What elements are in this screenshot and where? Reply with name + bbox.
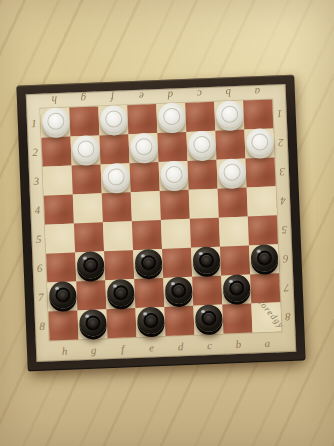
- square-e6[interactable]: [133, 249, 163, 279]
- rank-label-right-4: 4: [276, 186, 291, 216]
- white-checker-b3[interactable]: [217, 158, 245, 186]
- rank-label-left-4: 4: [30, 196, 45, 226]
- board-grid: loredgy: [40, 99, 281, 340]
- square-f2[interactable]: [99, 134, 129, 164]
- square-g8[interactable]: [77, 309, 107, 339]
- square-c4[interactable]: [189, 189, 219, 219]
- square-h2[interactable]: [41, 137, 71, 167]
- file-label-bottom-h: h: [50, 341, 80, 361]
- square-c3[interactable]: [188, 160, 218, 190]
- square-g1[interactable]: [69, 106, 99, 136]
- square-g3[interactable]: [72, 164, 102, 194]
- square-f5[interactable]: [103, 221, 133, 251]
- square-b8[interactable]: [222, 303, 252, 333]
- square-g5[interactable]: [74, 222, 104, 252]
- file-label-bottom-e: e: [137, 338, 167, 358]
- black-checker-b7[interactable]: [222, 274, 250, 302]
- file-label-top-e: e: [127, 89, 157, 105]
- square-c8[interactable]: [193, 305, 223, 335]
- square-e3[interactable]: [130, 162, 160, 192]
- square-b4[interactable]: [218, 188, 248, 218]
- square-f1[interactable]: [98, 105, 128, 135]
- square-d8[interactable]: [164, 306, 194, 336]
- file-label-bottom-c: c: [195, 336, 225, 356]
- square-d6[interactable]: [162, 248, 192, 278]
- square-b1[interactable]: [214, 101, 244, 131]
- square-g4[interactable]: [73, 193, 103, 223]
- square-g2[interactable]: [70, 135, 100, 165]
- square-e4[interactable]: [131, 191, 161, 221]
- square-d4[interactable]: [160, 190, 190, 220]
- white-checker-g2[interactable]: [71, 135, 99, 163]
- square-h5[interactable]: [45, 223, 75, 253]
- file-label-bottom-g: g: [79, 340, 109, 360]
- file-label-top-a: a: [243, 84, 273, 100]
- white-checker-c2[interactable]: [187, 130, 215, 158]
- black-checker-g6[interactable]: [76, 250, 104, 278]
- rank-label-left-2: 2: [27, 138, 42, 168]
- square-b6[interactable]: [220, 245, 250, 275]
- square-a1[interactable]: [243, 99, 273, 129]
- square-e1[interactable]: [127, 104, 157, 134]
- square-h1[interactable]: [40, 108, 70, 138]
- square-d3[interactable]: [159, 161, 189, 191]
- file-label-top-c: c: [185, 87, 215, 103]
- square-e8[interactable]: [135, 307, 165, 337]
- rank-label-left-5: 5: [31, 225, 46, 255]
- rank-label-right-3: 3: [274, 157, 289, 187]
- square-f8[interactable]: [106, 308, 136, 338]
- square-a8[interactable]: loredgy: [251, 302, 281, 332]
- square-h6[interactable]: [46, 252, 76, 282]
- square-f4[interactable]: [102, 192, 132, 222]
- square-d5[interactable]: [161, 219, 191, 249]
- square-c7[interactable]: [192, 276, 222, 306]
- black-checker-a6[interactable]: [250, 243, 278, 271]
- square-f7[interactable]: [105, 279, 135, 309]
- rank-label-left-8: 8: [34, 312, 49, 342]
- square-g7[interactable]: [76, 280, 106, 310]
- white-checker-d3[interactable]: [160, 160, 188, 188]
- square-a2[interactable]: [244, 128, 274, 158]
- square-e2[interactable]: [128, 133, 158, 163]
- square-b5[interactable]: [219, 217, 249, 247]
- white-checker-h1[interactable]: [41, 107, 69, 135]
- square-b3[interactable]: [217, 159, 247, 189]
- file-label-bottom-b: b: [224, 334, 254, 354]
- rank-label-left-7: 7: [33, 283, 48, 313]
- square-a5[interactable]: [248, 215, 278, 245]
- black-checker-e6[interactable]: [134, 248, 162, 276]
- white-checker-d1[interactable]: [157, 102, 185, 130]
- rank-label-right-2: 2: [273, 128, 288, 158]
- square-c6[interactable]: [191, 247, 221, 277]
- square-c2[interactable]: [186, 131, 216, 161]
- square-f6[interactable]: [104, 250, 134, 280]
- square-h7[interactable]: [47, 281, 77, 311]
- square-d7[interactable]: [163, 277, 193, 307]
- file-label-bottom-a: a: [253, 333, 283, 353]
- square-b7[interactable]: [221, 274, 251, 304]
- rank-label-left-1: 1: [26, 109, 41, 139]
- white-checker-f1[interactable]: [99, 104, 127, 132]
- square-a6[interactable]: [249, 244, 279, 274]
- square-d2[interactable]: [157, 132, 187, 162]
- rank-label-right-5: 5: [277, 215, 292, 245]
- rank-label-right-7: 7: [279, 273, 294, 303]
- square-d1[interactable]: [156, 103, 186, 133]
- white-checker-b1[interactable]: [215, 100, 243, 128]
- board: hgfedcba hgfedcba 12345678 12345678 lore…: [16, 75, 305, 372]
- board-face: hgfedcba hgfedcba 12345678 12345678 lore…: [26, 84, 297, 362]
- black-checker-g8[interactable]: [78, 308, 106, 336]
- black-checker-h7[interactable]: [48, 281, 76, 309]
- white-checker-f3[interactable]: [102, 162, 130, 190]
- file-label-top-g: g: [69, 91, 99, 107]
- rank-label-left-3: 3: [29, 167, 44, 197]
- white-checker-a2[interactable]: [245, 128, 273, 156]
- square-e7[interactable]: [134, 278, 164, 308]
- white-checker-e2[interactable]: [129, 132, 157, 160]
- rank-label-left-6: 6: [32, 254, 47, 284]
- black-checker-e8[interactable]: [136, 306, 164, 334]
- square-h3[interactable]: [43, 166, 73, 196]
- black-checker-d7[interactable]: [164, 276, 192, 304]
- square-b2[interactable]: [215, 130, 245, 160]
- square-a4[interactable]: [247, 186, 277, 216]
- square-f3[interactable]: [101, 163, 131, 193]
- square-c1[interactable]: [185, 102, 215, 132]
- square-c5[interactable]: [190, 218, 220, 248]
- black-checker-f7[interactable]: [106, 278, 134, 306]
- black-checker-c8[interactable]: [194, 304, 222, 332]
- file-label-bottom-f: f: [108, 339, 138, 359]
- square-e5[interactable]: [132, 220, 162, 250]
- square-h8[interactable]: [48, 310, 78, 340]
- photo-scene: hgfedcba hgfedcba 12345678 12345678 lore…: [0, 0, 334, 446]
- square-g6[interactable]: [75, 251, 105, 281]
- square-h4[interactable]: [44, 195, 74, 225]
- file-label-bottom-d: d: [166, 337, 196, 357]
- rank-label-right-6: 6: [278, 244, 293, 274]
- black-checker-c6[interactable]: [192, 246, 220, 274]
- rank-label-right-1: 1: [272, 99, 287, 129]
- square-a3[interactable]: [245, 157, 275, 187]
